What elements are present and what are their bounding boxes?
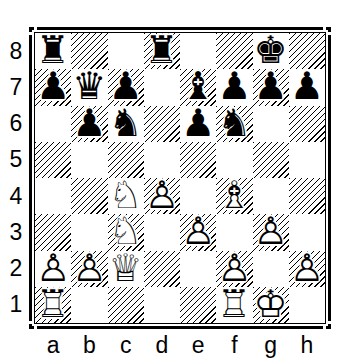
square-a1[interactable]: ♜♖ <box>35 287 71 323</box>
black-pawn-glyph: ♟ <box>254 67 288 105</box>
square-g6[interactable] <box>253 106 289 142</box>
black-pawn-e6: ♟♟ <box>180 106 216 142</box>
file-label-f: f <box>216 331 252 359</box>
square-g1[interactable]: ♚♔ <box>253 287 289 323</box>
square-b4[interactable] <box>71 178 107 214</box>
white-pawn-h2: ♟♙ <box>289 251 325 287</box>
rank-label-4: 4 <box>4 178 28 214</box>
file-label-c: c <box>108 331 144 359</box>
white-pawn-g3: ♟♙ <box>253 214 289 250</box>
frame-corner-notch <box>328 32 331 35</box>
rank-labels: 87654321 <box>4 33 28 323</box>
frame-corner-notch <box>29 32 32 35</box>
frame-corner-notch <box>323 326 326 329</box>
black-knight-glyph: ♞ <box>217 104 251 142</box>
file-label-d: d <box>144 331 180 359</box>
white-pawn-glyph: ♙ <box>290 249 324 287</box>
board-inner-border: ♜♜♜♜♚♚♟♟♛♛♟♟♝♝♟♟♟♟♟♟♟♟♞♞♟♟♞♞♞♘♟♙♝♗♞♘♟♙♟♙… <box>34 32 326 324</box>
white-rook-f1: ♜♖ <box>216 287 252 323</box>
square-a5[interactable] <box>35 142 71 178</box>
square-d6[interactable] <box>144 106 180 142</box>
square-e6[interactable]: ♟♟ <box>180 106 216 142</box>
black-pawn-b6: ♟♟ <box>71 106 107 142</box>
file-label-e: e <box>180 331 216 359</box>
black-pawn-glyph: ♟ <box>181 104 215 142</box>
square-b6[interactable]: ♟♟ <box>71 106 107 142</box>
file-label-h: h <box>289 331 325 359</box>
square-h2[interactable]: ♟♙ <box>289 251 325 287</box>
white-rook-glyph: ♖ <box>36 285 70 323</box>
frame-corner-notch <box>323 27 326 30</box>
black-pawn-g7: ♟♟ <box>253 69 289 105</box>
square-d7[interactable] <box>144 69 180 105</box>
black-pawn-h7: ♟♟ <box>289 69 325 105</box>
square-a4[interactable] <box>35 178 71 214</box>
square-e1[interactable] <box>180 287 216 323</box>
black-rook-glyph: ♜ <box>145 31 179 69</box>
rank-label-8: 8 <box>4 33 28 69</box>
file-label-g: g <box>253 331 289 359</box>
square-h4[interactable] <box>289 178 325 214</box>
file-label-b: b <box>71 331 107 359</box>
square-c1[interactable] <box>108 287 144 323</box>
square-e2[interactable] <box>180 251 216 287</box>
white-pawn-glyph: ♙ <box>72 249 106 287</box>
white-rook-glyph: ♖ <box>217 285 251 323</box>
board-frame: ♜♜♜♜♚♚♟♟♛♛♟♟♝♝♟♟♟♟♟♟♟♟♞♞♟♟♞♞♞♘♟♙♝♗♞♘♟♙♟♙… <box>29 27 331 329</box>
black-pawn-glyph: ♟ <box>72 104 106 142</box>
square-h7[interactable]: ♟♟ <box>289 69 325 105</box>
chess-diagram: 87654321 ♜♜♜♜♚♚♟♟♛♛♟♟♝♝♟♟♟♟♟♟♟♟♞♞♟♟♞♞♞♘♟… <box>0 0 360 360</box>
square-h5[interactable] <box>289 142 325 178</box>
rank-label-5: 5 <box>4 142 28 178</box>
white-queen-glyph: ♕ <box>109 249 143 287</box>
black-knight-glyph: ♞ <box>109 104 143 142</box>
white-pawn-glyph: ♙ <box>181 212 215 250</box>
black-pawn-glyph: ♟ <box>290 67 324 105</box>
white-pawn-b2: ♟♙ <box>71 251 107 287</box>
black-pawn-glyph: ♟ <box>36 67 70 105</box>
square-a6[interactable] <box>35 106 71 142</box>
white-pawn-glyph: ♙ <box>254 212 288 250</box>
white-pawn-d4: ♟♙ <box>144 178 180 214</box>
white-pawn-glyph: ♙ <box>145 176 179 214</box>
square-f6[interactable]: ♞♞ <box>216 106 252 142</box>
square-d4[interactable]: ♟♙ <box>144 178 180 214</box>
square-d3[interactable] <box>144 214 180 250</box>
white-bishop-f4: ♝♗ <box>216 178 252 214</box>
rank-label-1: 1 <box>4 287 28 323</box>
square-c6[interactable]: ♞♞ <box>108 106 144 142</box>
file-labels: abcdefgh <box>35 331 325 359</box>
square-f4[interactable]: ♝♗ <box>216 178 252 214</box>
black-knight-f6: ♞♞ <box>216 106 252 142</box>
file-label-a: a <box>35 331 71 359</box>
black-knight-c6: ♞♞ <box>108 106 144 142</box>
square-h1[interactable] <box>289 287 325 323</box>
rank-label-3: 3 <box>4 214 28 250</box>
frame-corner-notch <box>29 321 32 324</box>
white-queen-c2: ♛♕ <box>108 251 144 287</box>
black-rook-d8: ♜♜ <box>144 33 180 69</box>
square-d8[interactable]: ♜♜ <box>144 33 180 69</box>
frame-corner-notch <box>34 326 37 329</box>
square-b5[interactable] <box>71 142 107 178</box>
chess-board: ♜♜♜♜♚♚♟♟♛♛♟♟♝♝♟♟♟♟♟♟♟♟♞♞♟♟♞♞♞♘♟♙♝♗♞♘♟♙♟♙… <box>35 33 325 323</box>
square-g7[interactable]: ♟♟ <box>253 69 289 105</box>
square-b2[interactable]: ♟♙ <box>71 251 107 287</box>
square-b1[interactable] <box>71 287 107 323</box>
white-king-glyph: ♔ <box>254 285 288 323</box>
square-e3[interactable]: ♟♙ <box>180 214 216 250</box>
square-g3[interactable]: ♟♙ <box>253 214 289 250</box>
square-d2[interactable] <box>144 251 180 287</box>
white-pawn-e3: ♟♙ <box>180 214 216 250</box>
rank-label-2: 2 <box>4 251 28 287</box>
square-f1[interactable]: ♜♖ <box>216 287 252 323</box>
square-g5[interactable] <box>253 142 289 178</box>
white-bishop-glyph: ♗ <box>217 176 251 214</box>
white-king-g1: ♚♔ <box>253 287 289 323</box>
rank-label-6: 6 <box>4 106 28 142</box>
square-c2[interactable]: ♛♕ <box>108 251 144 287</box>
white-rook-a1: ♜♖ <box>35 287 71 323</box>
black-pawn-a7: ♟♟ <box>35 69 71 105</box>
rank-label-7: 7 <box>4 69 28 105</box>
square-e5[interactable] <box>180 142 216 178</box>
square-h6[interactable] <box>289 106 325 142</box>
square-a7[interactable]: ♟♟ <box>35 69 71 105</box>
frame-corner-notch <box>328 321 331 324</box>
square-d1[interactable] <box>144 287 180 323</box>
